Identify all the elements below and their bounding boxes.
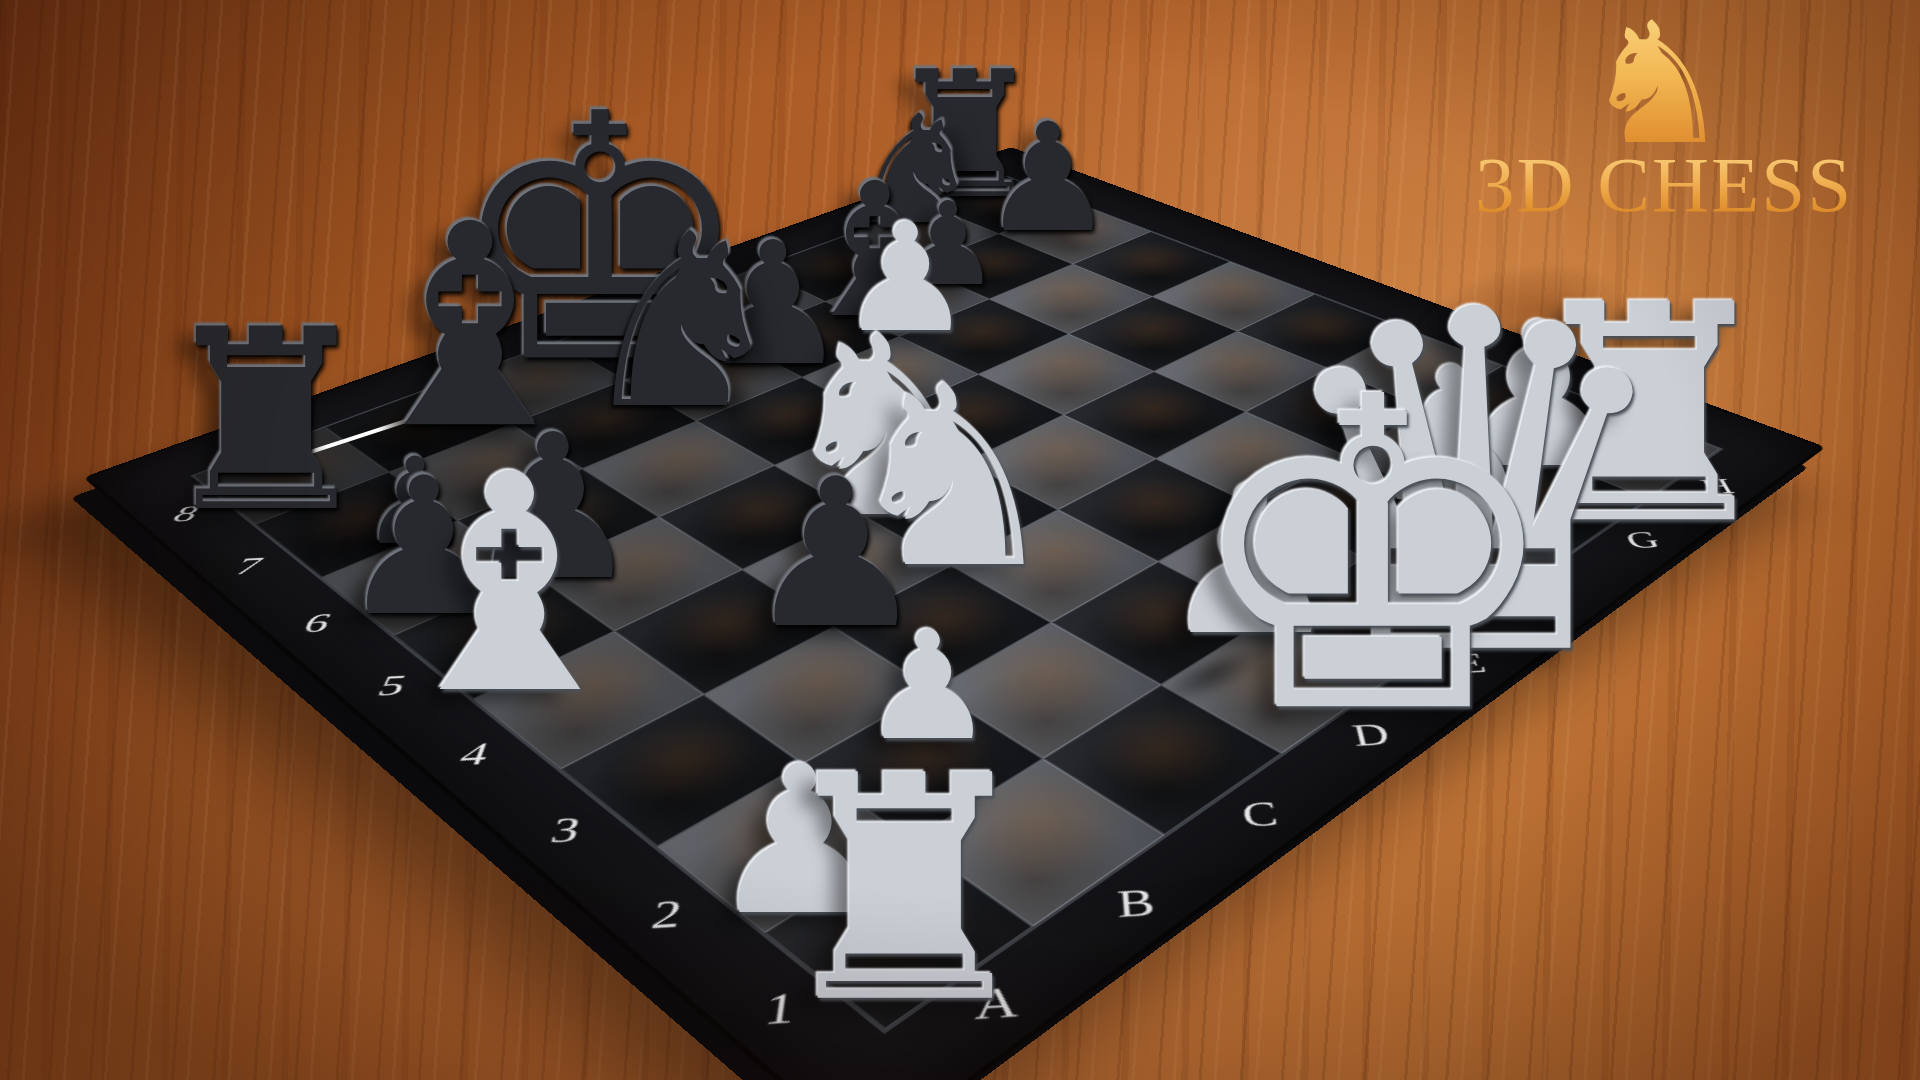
rank-label-2: 2 [607,877,725,953]
white-king-e1[interactable]: ♚ [1180,342,1566,772]
white-bishop-a5[interactable]: ♝ [376,436,645,736]
rank-label-3: 3 [506,796,622,865]
black-pawn-h7[interactable]: ♟ [981,103,1115,253]
white-rook-a1[interactable]: ♜ [766,735,1044,1045]
